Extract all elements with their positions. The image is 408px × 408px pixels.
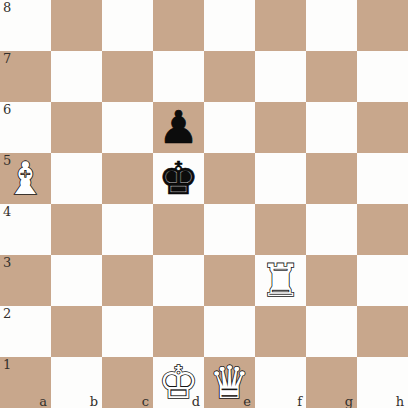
square-e7[interactable] <box>204 51 255 102</box>
file-label-f: f <box>297 394 302 408</box>
square-f6[interactable] <box>255 102 306 153</box>
square-h4[interactable] <box>357 204 408 255</box>
square-g2[interactable] <box>306 306 357 357</box>
square-e5[interactable] <box>204 153 255 204</box>
white-bishop[interactable]: ♝ <box>5 153 45 204</box>
square-e4[interactable] <box>204 204 255 255</box>
square-c1[interactable]: c <box>102 357 153 408</box>
square-a1[interactable]: 1a <box>0 357 51 408</box>
square-b8[interactable] <box>51 0 102 51</box>
black-king[interactable]: ♚ <box>158 153 198 204</box>
black-pawn[interactable]: ♟ <box>158 102 198 153</box>
square-h7[interactable] <box>357 51 408 102</box>
white-rook[interactable]: ♜ <box>260 255 300 306</box>
square-b4[interactable] <box>51 204 102 255</box>
rank-label-4: 4 <box>3 204 11 219</box>
square-d2[interactable] <box>153 306 204 357</box>
white-king[interactable]: ♚ <box>158 357 198 408</box>
square-a6[interactable]: 6 <box>0 102 51 153</box>
square-g3[interactable] <box>306 255 357 306</box>
square-c7[interactable] <box>102 51 153 102</box>
square-g4[interactable] <box>306 204 357 255</box>
square-c3[interactable] <box>102 255 153 306</box>
square-d7[interactable] <box>153 51 204 102</box>
white-queen[interactable]: ♛ <box>209 357 249 408</box>
square-b6[interactable] <box>51 102 102 153</box>
square-b2[interactable] <box>51 306 102 357</box>
square-g8[interactable] <box>306 0 357 51</box>
file-label-g: g <box>345 394 353 408</box>
square-g5[interactable] <box>306 153 357 204</box>
rank-label-1: 1 <box>3 357 11 372</box>
square-h2[interactable] <box>357 306 408 357</box>
square-e8[interactable] <box>204 0 255 51</box>
square-h3[interactable] <box>357 255 408 306</box>
square-d1[interactable]: d♚ <box>153 357 204 408</box>
square-a8[interactable]: 8 <box>0 0 51 51</box>
square-g6[interactable] <box>306 102 357 153</box>
square-f3[interactable]: ♜ <box>255 255 306 306</box>
square-h5[interactable] <box>357 153 408 204</box>
rank-label-3: 3 <box>3 255 11 270</box>
square-e3[interactable] <box>204 255 255 306</box>
chess-board: 876♟5♝♚43♜21abcd♚e♛fgh <box>0 0 408 408</box>
square-c2[interactable] <box>102 306 153 357</box>
square-c5[interactable] <box>102 153 153 204</box>
square-g7[interactable] <box>306 51 357 102</box>
square-e2[interactable] <box>204 306 255 357</box>
rank-label-6: 6 <box>3 102 11 117</box>
rank-label-7: 7 <box>3 51 11 66</box>
square-f5[interactable] <box>255 153 306 204</box>
square-b7[interactable] <box>51 51 102 102</box>
square-e6[interactable] <box>204 102 255 153</box>
square-d5[interactable]: ♚ <box>153 153 204 204</box>
square-b1[interactable]: b <box>51 357 102 408</box>
square-a2[interactable]: 2 <box>0 306 51 357</box>
square-b3[interactable] <box>51 255 102 306</box>
square-a3[interactable]: 3 <box>0 255 51 306</box>
square-h1[interactable]: h <box>357 357 408 408</box>
square-f1[interactable]: f <box>255 357 306 408</box>
square-b5[interactable] <box>51 153 102 204</box>
rank-label-2: 2 <box>3 306 11 321</box>
square-f7[interactable] <box>255 51 306 102</box>
square-a4[interactable]: 4 <box>0 204 51 255</box>
square-f4[interactable] <box>255 204 306 255</box>
file-label-h: h <box>396 394 404 408</box>
square-c6[interactable] <box>102 102 153 153</box>
square-f8[interactable] <box>255 0 306 51</box>
square-e1[interactable]: e♛ <box>204 357 255 408</box>
square-d3[interactable] <box>153 255 204 306</box>
square-d8[interactable] <box>153 0 204 51</box>
file-label-b: b <box>90 394 98 408</box>
square-h8[interactable] <box>357 0 408 51</box>
square-d4[interactable] <box>153 204 204 255</box>
square-f2[interactable] <box>255 306 306 357</box>
square-h6[interactable] <box>357 102 408 153</box>
square-a7[interactable]: 7 <box>0 51 51 102</box>
rank-label-8: 8 <box>3 0 11 15</box>
file-label-a: a <box>39 394 47 408</box>
square-a5[interactable]: 5♝ <box>0 153 51 204</box>
square-d6[interactable]: ♟ <box>153 102 204 153</box>
square-c4[interactable] <box>102 204 153 255</box>
square-g1[interactable]: g <box>306 357 357 408</box>
square-c8[interactable] <box>102 0 153 51</box>
file-label-c: c <box>142 394 149 408</box>
